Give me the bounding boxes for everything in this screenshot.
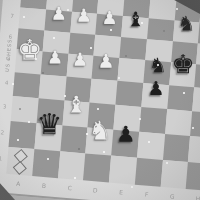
file-label: A xyxy=(5,176,32,194)
square-a7 xyxy=(19,7,46,30)
rank-label: 6 xyxy=(8,34,12,40)
square-g5: ♚ xyxy=(169,62,197,87)
square-f3 xyxy=(139,106,167,133)
square-b7: ♟ xyxy=(44,10,71,33)
square-d7: ♟ xyxy=(95,14,122,37)
board-corner-logo-icon xyxy=(14,149,26,174)
square-h1 xyxy=(186,162,200,192)
square-e7: ♝ xyxy=(121,16,148,39)
square-g1 xyxy=(160,159,188,189)
rank-label: 3 xyxy=(3,103,7,109)
rank-label: 4 xyxy=(5,79,9,85)
rank-label: 1 xyxy=(0,155,2,161)
square-e2: ♟ xyxy=(111,129,139,157)
square-a3 xyxy=(11,96,39,123)
square-h5 xyxy=(194,64,200,89)
rank-label: 7 xyxy=(10,13,14,19)
diamond-icon xyxy=(13,161,27,175)
square-f6 xyxy=(145,39,172,63)
rank-label: 2 xyxy=(1,129,5,135)
square-g4 xyxy=(167,85,195,111)
square-a2 xyxy=(9,121,37,149)
square-d1 xyxy=(83,153,111,183)
square-c5: ♟ xyxy=(66,54,94,79)
square-e5 xyxy=(117,58,145,83)
square-c4 xyxy=(64,76,92,102)
square-e3 xyxy=(113,104,141,131)
square-h2 xyxy=(188,136,200,164)
square-c3: ♝ xyxy=(62,100,90,127)
square-a1 xyxy=(6,146,34,176)
square-c2 xyxy=(60,125,88,153)
square-b2: ♛ xyxy=(34,123,62,151)
square-b6 xyxy=(42,30,69,54)
square-e6 xyxy=(119,36,146,60)
square-f7 xyxy=(147,18,174,41)
square-b1 xyxy=(32,149,60,179)
dark-speckles xyxy=(0,0,2,2)
square-d5: ♟ xyxy=(92,56,120,81)
square-h6 xyxy=(196,43,200,67)
rank-label: 5 xyxy=(7,56,11,62)
square-b3 xyxy=(36,98,64,125)
file-label: H xyxy=(184,191,200,200)
square-h3 xyxy=(190,111,200,138)
file-label: F xyxy=(133,187,160,200)
square-b4 xyxy=(38,74,66,100)
square-d6 xyxy=(94,34,121,58)
file-label: C xyxy=(56,180,83,198)
square-g2 xyxy=(163,133,191,161)
square-g3 xyxy=(165,109,193,136)
square-a6 xyxy=(17,28,44,52)
square-e1 xyxy=(109,155,137,185)
square-f1 xyxy=(135,157,163,187)
square-d3 xyxy=(88,102,116,129)
square-c1 xyxy=(58,151,86,181)
square-f2 xyxy=(137,131,165,159)
square-d2: ♞ xyxy=(86,127,114,155)
square-c6 xyxy=(68,32,95,56)
square-a4 xyxy=(13,72,41,98)
board-grid: ♟♟♟♝♞♚♟♟♟♞♚♟♝♛♞♟ xyxy=(6,0,200,191)
square-f4: ♟ xyxy=(141,82,169,108)
square-h4 xyxy=(192,87,200,113)
chess-board: ♟♟♟♝♞♚♟♟♟♞♚♟♝♛♞♟ US CHESS 87654321 ABCDE… xyxy=(0,0,200,200)
square-a5: ♚ xyxy=(15,49,43,74)
square-g7: ♞ xyxy=(172,20,199,43)
square-d4 xyxy=(90,78,118,104)
square-g6 xyxy=(171,41,198,65)
square-b5: ♟ xyxy=(40,51,68,76)
square-e4 xyxy=(115,80,143,106)
file-label: G xyxy=(159,189,186,200)
file-label: B xyxy=(30,178,57,196)
photo-blur-layer: ♟♟♟♝♞♚♟♟♟♞♚♟♝♛♞♟ US CHESS 87654321 ABCDE… xyxy=(0,0,200,200)
file-label: D xyxy=(82,182,109,200)
square-c7: ♟ xyxy=(70,12,97,35)
file-label: E xyxy=(107,184,134,200)
square-f8 xyxy=(149,0,176,20)
square-f5: ♞ xyxy=(143,60,171,85)
chessboard-photo: ♟♟♟♝♞♚♟♟♟♞♚♟♝♛♞♟ US CHESS 87654321 ABCDE… xyxy=(0,0,200,200)
